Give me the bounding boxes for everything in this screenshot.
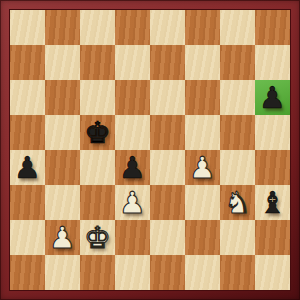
square-a1[interactable]: [10, 255, 45, 290]
square-g7[interactable]: [220, 45, 255, 80]
piece-black-bishop[interactable]: ♝: [259, 185, 286, 220]
square-h6[interactable]: ♟: [255, 80, 290, 115]
piece-black-king[interactable]: ♚: [84, 115, 111, 150]
square-f7[interactable]: [185, 45, 220, 80]
square-c6[interactable]: [80, 80, 115, 115]
square-e6[interactable]: [150, 80, 185, 115]
square-a7[interactable]: [10, 45, 45, 80]
square-a3[interactable]: [10, 185, 45, 220]
square-f4[interactable]: ♟: [185, 150, 220, 185]
square-d6[interactable]: [115, 80, 150, 115]
square-h5[interactable]: [255, 115, 290, 150]
piece-black-pawn[interactable]: ♟: [259, 80, 286, 115]
square-e7[interactable]: [150, 45, 185, 80]
square-h4[interactable]: [255, 150, 290, 185]
piece-white-knight[interactable]: ♞: [224, 185, 251, 220]
square-f8[interactable]: [185, 10, 220, 45]
square-c8[interactable]: [80, 10, 115, 45]
square-f5[interactable]: [185, 115, 220, 150]
piece-white-pawn[interactable]: ♟: [119, 185, 146, 220]
square-f3[interactable]: [185, 185, 220, 220]
piece-white-pawn[interactable]: ♟: [49, 220, 76, 255]
square-a4[interactable]: ♟: [10, 150, 45, 185]
piece-black-pawn[interactable]: ♟: [119, 150, 146, 185]
square-h7[interactable]: [255, 45, 290, 80]
square-a5[interactable]: [10, 115, 45, 150]
square-b6[interactable]: [45, 80, 80, 115]
square-a6[interactable]: [10, 80, 45, 115]
square-f6[interactable]: [185, 80, 220, 115]
square-b3[interactable]: [45, 185, 80, 220]
square-c5[interactable]: ♚: [80, 115, 115, 150]
square-b7[interactable]: [45, 45, 80, 80]
square-e2[interactable]: [150, 220, 185, 255]
square-b1[interactable]: [45, 255, 80, 290]
square-f1[interactable]: [185, 255, 220, 290]
square-a2[interactable]: [10, 220, 45, 255]
square-d1[interactable]: [115, 255, 150, 290]
square-e5[interactable]: [150, 115, 185, 150]
square-d2[interactable]: [115, 220, 150, 255]
square-e3[interactable]: [150, 185, 185, 220]
square-g1[interactable]: [220, 255, 255, 290]
square-e8[interactable]: [150, 10, 185, 45]
square-d5[interactable]: [115, 115, 150, 150]
square-g5[interactable]: [220, 115, 255, 150]
square-c4[interactable]: [80, 150, 115, 185]
square-e4[interactable]: [150, 150, 185, 185]
square-f2[interactable]: [185, 220, 220, 255]
square-d8[interactable]: [115, 10, 150, 45]
square-c3[interactable]: [80, 185, 115, 220]
square-d3[interactable]: ♟: [115, 185, 150, 220]
square-b4[interactable]: [45, 150, 80, 185]
square-a8[interactable]: [10, 10, 45, 45]
square-d7[interactable]: [115, 45, 150, 80]
square-g4[interactable]: [220, 150, 255, 185]
square-b2[interactable]: ♟: [45, 220, 80, 255]
board-frame: ♟♚♟♟♟♟♞♝♟♚: [0, 0, 300, 300]
square-d4[interactable]: ♟: [115, 150, 150, 185]
square-g2[interactable]: [220, 220, 255, 255]
square-c1[interactable]: [80, 255, 115, 290]
square-b5[interactable]: [45, 115, 80, 150]
square-h8[interactable]: [255, 10, 290, 45]
square-b8[interactable]: [45, 10, 80, 45]
square-e1[interactable]: [150, 255, 185, 290]
piece-white-pawn[interactable]: ♟: [189, 150, 216, 185]
piece-black-pawn[interactable]: ♟: [14, 150, 41, 185]
square-c2[interactable]: ♚: [80, 220, 115, 255]
square-h2[interactable]: [255, 220, 290, 255]
square-c7[interactable]: [80, 45, 115, 80]
square-g6[interactable]: [220, 80, 255, 115]
square-h3[interactable]: ♝: [255, 185, 290, 220]
square-g3[interactable]: ♞: [220, 185, 255, 220]
chess-board: ♟♚♟♟♟♟♞♝♟♚: [10, 10, 290, 290]
square-g8[interactable]: [220, 10, 255, 45]
square-h1[interactable]: [255, 255, 290, 290]
piece-white-king[interactable]: ♚: [84, 220, 111, 255]
